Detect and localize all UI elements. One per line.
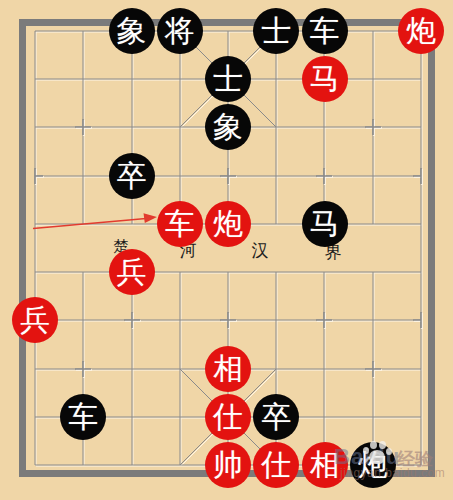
piece-black-车[interactable]: 车	[302, 8, 348, 54]
piece-black-炮[interactable]: 炮	[350, 442, 396, 488]
piece-red-兵[interactable]: 兵	[12, 297, 58, 343]
piece-red-相[interactable]: 相	[302, 442, 348, 488]
piece-red-兵[interactable]: 兵	[109, 249, 155, 295]
piece-black-象[interactable]: 象	[205, 104, 251, 150]
board-grid: 象将士车炮士马象卒车炮马兵兵相车仕卒帅仕相炮	[11, 7, 445, 489]
piece-black-卒[interactable]: 卒	[109, 153, 155, 199]
piece-black-车[interactable]: 车	[60, 394, 106, 440]
piece-red-帅[interactable]: 帅	[205, 442, 251, 488]
piece-red-相[interactable]: 相	[205, 346, 251, 392]
piece-red-仕[interactable]: 仕	[205, 394, 251, 440]
piece-black-卒[interactable]: 卒	[253, 394, 299, 440]
piece-red-炮[interactable]: 炮	[398, 8, 444, 54]
piece-black-士[interactable]: 士	[205, 56, 251, 102]
piece-black-士[interactable]: 士	[253, 8, 299, 54]
piece-red-仕[interactable]: 仕	[253, 442, 299, 488]
piece-black-象[interactable]: 象	[109, 8, 155, 54]
piece-red-炮[interactable]: 炮	[205, 201, 251, 247]
piece-red-车[interactable]: 车	[157, 201, 203, 247]
piece-black-将[interactable]: 将	[157, 8, 203, 54]
piece-black-马[interactable]: 马	[302, 201, 348, 247]
piece-red-马[interactable]: 马	[302, 56, 348, 102]
xiangqi-app: 楚 河 汉 界 象将士车炮士马象卒车炮马兵兵相车仕卒帅仕相炮 Baidu 经验 …	[0, 0, 453, 500]
